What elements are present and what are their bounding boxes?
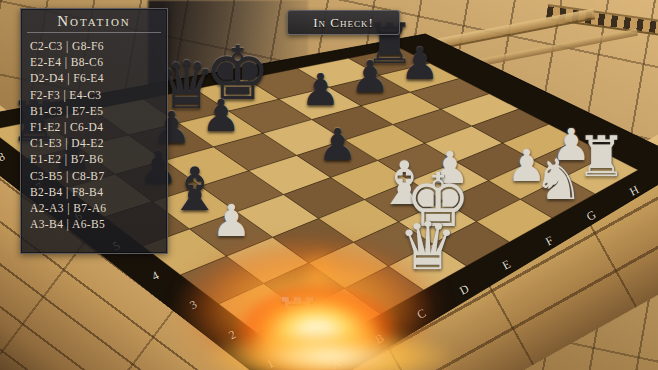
notation-row-2: E2-E4 | B8-C6 <box>30 54 167 70</box>
notation-panel-title: Notation <box>27 9 161 33</box>
piece-black-pawn-f7[interactable]: ♟ <box>301 68 340 112</box>
notation-row-10: B2-B4 | F8-B4 <box>30 184 167 200</box>
notation-row-9: C3-B5 | C8-B7 <box>30 168 167 184</box>
notation-row-7: C1-E3 | D4-E2 <box>30 135 167 151</box>
piece-white-knight-g1[interactable]: ♞ <box>533 152 583 208</box>
notation-row-8: E1-E2 | B7-B6 <box>30 151 167 167</box>
piece-white-pawn-b4[interactable]: ♟ <box>212 198 251 242</box>
piece-black-pawn-d7[interactable]: ♟ <box>201 93 240 137</box>
piece-white-rook-h1[interactable]: ♜ <box>576 129 626 185</box>
piece-white-rook-a1[interactable]: ♜ <box>272 291 322 347</box>
notation-row-4: F2-F3 | E4-C3 <box>30 87 167 103</box>
notation-row-12: A3-B4 | A6-B5 <box>30 216 167 232</box>
notation-row-6: F1-E2 | C6-D4 <box>30 119 167 135</box>
notation-panel: Notation C2-C3 | G8-F6E2-E4 | B8-C6D2-D4… <box>20 8 168 254</box>
game-scene: ABCDEFGH12345678 ♜♛♚♜♟♟♟♟♟♟♟♝♟♟♝♟♚♟♟♜♛♞♜… <box>0 0 658 370</box>
notation-row-1: C2-C3 | G8-F6 <box>30 38 167 54</box>
notation-row-11: A2-A3 | B7-A6 <box>30 200 167 216</box>
in-check-banner-text: In Check! <box>288 11 399 34</box>
notation-row-3: D2-D4 | F6-E4 <box>30 70 167 86</box>
notation-row-5: B1-C3 | E7-E5 <box>30 103 167 119</box>
piece-white-queen-d1[interactable]: ♛ <box>398 214 457 280</box>
piece-black-pawn-g7[interactable]: ♟ <box>350 55 389 99</box>
notation-move-list: C2-C3 | G8-F6E2-E4 | B8-C6D2-D4 | F6-E4F… <box>21 33 167 232</box>
in-check-banner: In Check! <box>287 10 400 35</box>
piece-black-pawn-h7[interactable]: ♟ <box>400 42 439 86</box>
piece-black-pawn-e5[interactable]: ♟ <box>318 123 357 167</box>
